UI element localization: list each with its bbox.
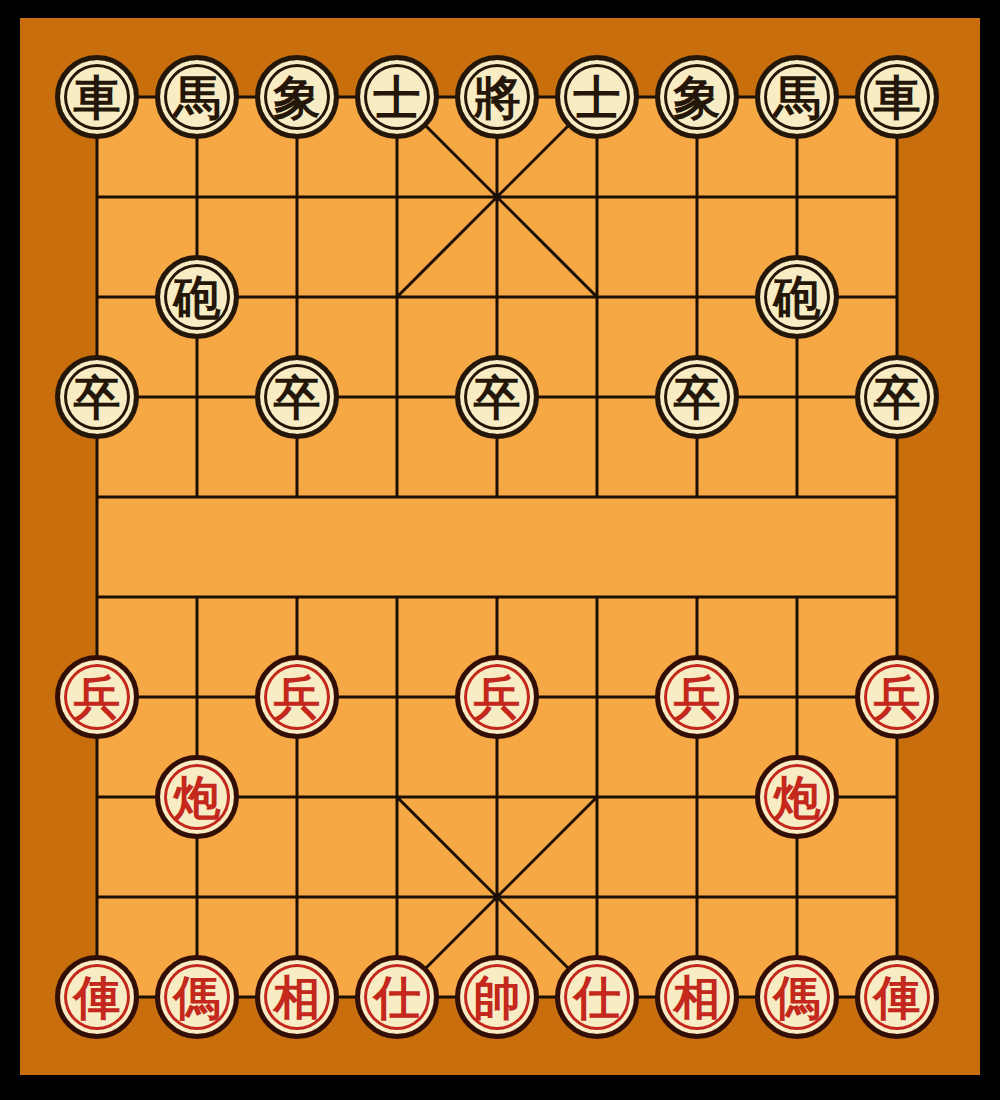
piece-black-cannon[interactable]: 砲 (155, 255, 239, 339)
piece-red-soldier[interactable]: 兵 (455, 655, 539, 739)
piece-black-chariot[interactable]: 車 (855, 55, 939, 139)
pieces-layer: 車馬象士將士象馬車砲砲卒卒卒卒卒兵兵兵兵兵炮炮俥傌相仕帥仕相傌俥 (0, 0, 1000, 1100)
piece-red-general[interactable]: 帥 (455, 955, 539, 1039)
piece-black-soldier[interactable]: 卒 (655, 355, 739, 439)
piece-red-horse[interactable]: 傌 (755, 955, 839, 1039)
piece-black-elephant[interactable]: 象 (255, 55, 339, 139)
piece-black-soldier[interactable]: 卒 (255, 355, 339, 439)
piece-red-soldier[interactable]: 兵 (255, 655, 339, 739)
piece-black-advisor[interactable]: 士 (555, 55, 639, 139)
piece-black-advisor[interactable]: 士 (355, 55, 439, 139)
piece-black-chariot[interactable]: 車 (55, 55, 139, 139)
piece-red-soldier[interactable]: 兵 (55, 655, 139, 739)
piece-red-elephant[interactable]: 相 (255, 955, 339, 1039)
piece-black-soldier[interactable]: 卒 (455, 355, 539, 439)
piece-red-soldier[interactable]: 兵 (855, 655, 939, 739)
piece-red-advisor[interactable]: 仕 (555, 955, 639, 1039)
piece-red-advisor[interactable]: 仕 (355, 955, 439, 1039)
piece-black-general[interactable]: 將 (455, 55, 539, 139)
piece-black-soldier[interactable]: 卒 (855, 355, 939, 439)
piece-red-soldier[interactable]: 兵 (655, 655, 739, 739)
piece-black-elephant[interactable]: 象 (655, 55, 739, 139)
piece-red-cannon[interactable]: 炮 (755, 755, 839, 839)
piece-black-cannon[interactable]: 砲 (755, 255, 839, 339)
piece-red-cannon[interactable]: 炮 (155, 755, 239, 839)
piece-black-horse[interactable]: 馬 (755, 55, 839, 139)
piece-red-horse[interactable]: 傌 (155, 955, 239, 1039)
piece-black-horse[interactable]: 馬 (155, 55, 239, 139)
piece-black-soldier[interactable]: 卒 (55, 355, 139, 439)
xiangqi-screenshot: 車馬象士將士象馬車砲砲卒卒卒卒卒兵兵兵兵兵炮炮俥傌相仕帥仕相傌俥 (0, 0, 1000, 1100)
piece-red-elephant[interactable]: 相 (655, 955, 739, 1039)
piece-red-chariot[interactable]: 俥 (55, 955, 139, 1039)
piece-red-chariot[interactable]: 俥 (855, 955, 939, 1039)
